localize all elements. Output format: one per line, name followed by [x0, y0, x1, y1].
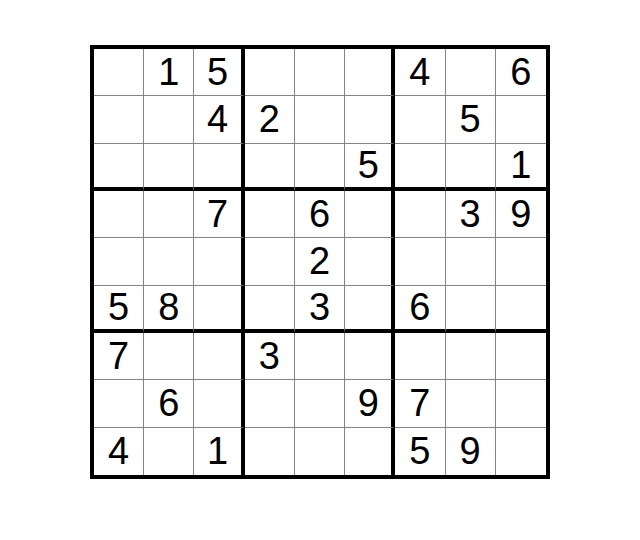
- cell-r9c3[interactable]: 1: [194, 428, 244, 475]
- cell-r6c7[interactable]: 6: [395, 286, 445, 333]
- cell-r3c4[interactable]: [245, 144, 295, 191]
- cell-r3c1[interactable]: [94, 144, 144, 191]
- cell-r9c4[interactable]: [245, 428, 295, 475]
- cell-r5c8[interactable]: [446, 238, 496, 285]
- cell-r4c4[interactable]: [245, 191, 295, 238]
- cell-r5c9[interactable]: [496, 238, 546, 285]
- cell-r4c5[interactable]: 6: [295, 191, 345, 238]
- cell-r7c5[interactable]: [295, 333, 345, 380]
- cell-r4c9[interactable]: 9: [496, 191, 546, 238]
- cell-r6c4[interactable]: [245, 286, 295, 333]
- cell-r8c5[interactable]: [295, 380, 345, 427]
- cell-r7c8[interactable]: [446, 333, 496, 380]
- cell-r6c5[interactable]: 3: [295, 286, 345, 333]
- cell-r3c2[interactable]: [144, 144, 194, 191]
- cell-r9c5[interactable]: [295, 428, 345, 475]
- cell-r6c2[interactable]: 8: [144, 286, 194, 333]
- cell-r8c1[interactable]: [94, 380, 144, 427]
- cell-r6c1[interactable]: 5: [94, 286, 144, 333]
- cell-r3c7[interactable]: [395, 144, 445, 191]
- cell-r5c2[interactable]: [144, 238, 194, 285]
- cell-r4c6[interactable]: [345, 191, 395, 238]
- cell-r9c2[interactable]: [144, 428, 194, 475]
- cell-r8c2[interactable]: 6: [144, 380, 194, 427]
- cell-r6c9[interactable]: [496, 286, 546, 333]
- cell-r2c2[interactable]: [144, 96, 194, 143]
- cell-r4c2[interactable]: [144, 191, 194, 238]
- cell-r3c3[interactable]: [194, 144, 244, 191]
- cell-r1c8[interactable]: [446, 49, 496, 96]
- cell-r5c5[interactable]: 2: [295, 238, 345, 285]
- cell-r7c2[interactable]: [144, 333, 194, 380]
- cell-r1c4[interactable]: [245, 49, 295, 96]
- cell-r8c3[interactable]: [194, 380, 244, 427]
- cell-r2c7[interactable]: [395, 96, 445, 143]
- cell-r1c3[interactable]: 5: [194, 49, 244, 96]
- cell-r7c3[interactable]: [194, 333, 244, 380]
- cell-r7c9[interactable]: [496, 333, 546, 380]
- cell-r1c5[interactable]: [295, 49, 345, 96]
- cell-r1c6[interactable]: [345, 49, 395, 96]
- cell-r6c6[interactable]: [345, 286, 395, 333]
- cell-r9c8[interactable]: 9: [446, 428, 496, 475]
- cell-r2c3[interactable]: 4: [194, 96, 244, 143]
- cell-r2c6[interactable]: [345, 96, 395, 143]
- cell-r2c4[interactable]: 2: [245, 96, 295, 143]
- cell-r8c7[interactable]: 7: [395, 380, 445, 427]
- cell-r3c8[interactable]: [446, 144, 496, 191]
- sudoku-board: 154642551763925836736974159: [90, 45, 550, 479]
- cell-r4c1[interactable]: [94, 191, 144, 238]
- cell-r1c9[interactable]: 6: [496, 49, 546, 96]
- cell-r6c8[interactable]: [446, 286, 496, 333]
- cell-r5c4[interactable]: [245, 238, 295, 285]
- cell-r2c1[interactable]: [94, 96, 144, 143]
- cell-r2c9[interactable]: [496, 96, 546, 143]
- cell-r8c6[interactable]: 9: [345, 380, 395, 427]
- cell-r3c6[interactable]: 5: [345, 144, 395, 191]
- cell-r9c1[interactable]: 4: [94, 428, 144, 475]
- cell-r2c8[interactable]: 5: [446, 96, 496, 143]
- cell-r7c7[interactable]: [395, 333, 445, 380]
- cell-r5c3[interactable]: [194, 238, 244, 285]
- cell-r8c9[interactable]: [496, 380, 546, 427]
- cell-r7c4[interactable]: 3: [245, 333, 295, 380]
- cell-r1c7[interactable]: 4: [395, 49, 445, 96]
- cell-r4c3[interactable]: 7: [194, 191, 244, 238]
- cell-r4c7[interactable]: [395, 191, 445, 238]
- cell-r9c7[interactable]: 5: [395, 428, 445, 475]
- cell-r5c6[interactable]: [345, 238, 395, 285]
- cell-r5c1[interactable]: [94, 238, 144, 285]
- cell-r4c8[interactable]: 3: [446, 191, 496, 238]
- cell-r6c3[interactable]: [194, 286, 244, 333]
- cell-r7c6[interactable]: [345, 333, 395, 380]
- cell-r8c8[interactable]: [446, 380, 496, 427]
- cell-r5c7[interactable]: [395, 238, 445, 285]
- cell-r9c9[interactable]: [496, 428, 546, 475]
- cell-r8c4[interactable]: [245, 380, 295, 427]
- cell-r1c2[interactable]: 1: [144, 49, 194, 96]
- cell-r3c5[interactable]: [295, 144, 345, 191]
- cell-r9c6[interactable]: [345, 428, 395, 475]
- cell-r2c5[interactable]: [295, 96, 345, 143]
- cell-r3c9[interactable]: 1: [496, 144, 546, 191]
- cell-r1c1[interactable]: [94, 49, 144, 96]
- cell-r7c1[interactable]: 7: [94, 333, 144, 380]
